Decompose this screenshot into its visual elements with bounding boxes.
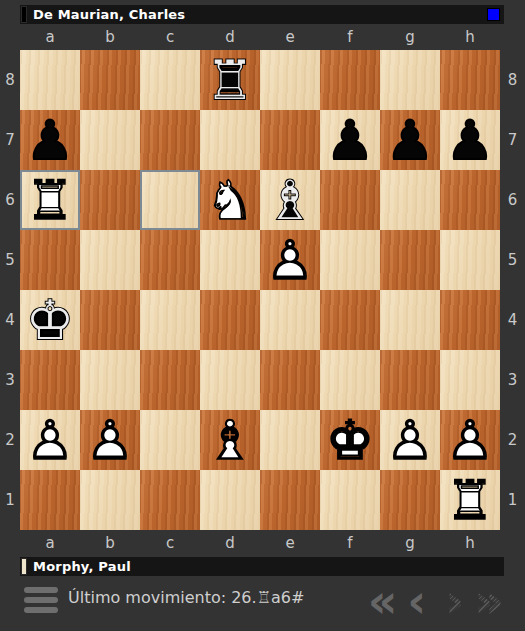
file-label-g: g: [380, 530, 440, 556]
rank-label-1: 1: [0, 470, 20, 530]
rank-label-6: 6: [0, 170, 20, 230]
file-label-d: d: [200, 24, 260, 50]
rank-label-7: 7: [500, 110, 525, 170]
square-a4[interactable]: ♚♔: [20, 290, 80, 350]
rank-label-2: 2: [0, 410, 20, 470]
square-h4[interactable]: [440, 290, 500, 350]
file-labels-top: abcdefgh: [20, 24, 500, 50]
file-label-b: b: [80, 24, 140, 50]
square-d1[interactable]: [200, 470, 260, 530]
white-player-name: Morphy, Paul: [33, 559, 131, 574]
square-g8[interactable]: [380, 50, 440, 110]
square-c8[interactable]: [140, 50, 200, 110]
chess-board: ♜♖♟♟♟♟♜♖♞♘♝♗♟♙♚♔♟♙♟♙♝♗♚♔♟♙♟♙♜♖: [20, 50, 500, 530]
file-label-e: e: [260, 530, 320, 556]
rank-labels-right: 87654321: [500, 50, 525, 530]
rank-labels-left: 87654321: [0, 50, 20, 530]
file-label-c: c: [140, 24, 200, 50]
file-label-h: h: [440, 24, 500, 50]
square-c1[interactable]: [140, 470, 200, 530]
go-end-button[interactable]: »: [469, 570, 509, 631]
file-label-d: d: [200, 530, 260, 556]
square-e7[interactable]: [260, 110, 320, 170]
move-navigation: «‹›»: [363, 570, 509, 631]
square-f4[interactable]: [320, 290, 380, 350]
piece-wR-h1: ♜♖: [440, 470, 500, 530]
square-c6[interactable]: [140, 170, 200, 230]
piece-bP-a7: ♟: [20, 110, 80, 170]
square-d8[interactable]: ♜♖: [200, 50, 260, 110]
file-label-f: f: [320, 530, 380, 556]
square-c4[interactable]: [140, 290, 200, 350]
square-a3[interactable]: [20, 350, 80, 410]
square-b8[interactable]: [80, 50, 140, 110]
file-label-g: g: [380, 24, 440, 50]
piece-wK-f2: ♚♔: [320, 410, 380, 470]
menu-button[interactable]: [24, 587, 58, 618]
square-c2[interactable]: [140, 410, 200, 470]
rank-label-1: 1: [500, 470, 525, 530]
square-c7[interactable]: [140, 110, 200, 170]
piece-wB-d2: ♝♗: [200, 410, 260, 470]
rank-label-7: 7: [0, 110, 20, 170]
square-b5[interactable]: [80, 230, 140, 290]
square-a6[interactable]: ♜♖: [20, 170, 80, 230]
rank-label-8: 8: [500, 50, 525, 110]
piece-wN-d6: ♞♘: [200, 170, 260, 230]
rank-label-6: 6: [500, 170, 525, 230]
square-a1[interactable]: [20, 470, 80, 530]
square-b6[interactable]: [80, 170, 140, 230]
square-h2[interactable]: ♟♙: [440, 410, 500, 470]
square-g2[interactable]: ♟♙: [380, 410, 440, 470]
square-e1[interactable]: [260, 470, 320, 530]
square-g5[interactable]: [380, 230, 440, 290]
square-h1[interactable]: ♜♖: [440, 470, 500, 530]
square-d4[interactable]: [200, 290, 260, 350]
square-f6[interactable]: [320, 170, 380, 230]
square-h5[interactable]: [440, 230, 500, 290]
square-f1[interactable]: [320, 470, 380, 530]
square-f5[interactable]: [320, 230, 380, 290]
hamburger-icon: [24, 587, 58, 593]
file-label-a: a: [20, 24, 80, 50]
square-d3[interactable]: [200, 350, 260, 410]
go-back-button[interactable]: ‹: [402, 570, 440, 631]
piece-bB-e6: ♝♗: [260, 170, 320, 230]
go-forward-button[interactable]: ›: [440, 570, 469, 631]
piece-wP-a2: ♟♙: [20, 410, 80, 470]
square-a5[interactable]: [20, 230, 80, 290]
square-f2[interactable]: ♚♔: [320, 410, 380, 470]
square-b1[interactable]: [80, 470, 140, 530]
file-label-c: c: [140, 530, 200, 556]
control-bar: Último movimiento: 26.♖a6# «‹›»: [0, 576, 525, 631]
piece-bK-a4: ♚♔: [20, 290, 80, 350]
black-color-swatch: [21, 6, 27, 23]
square-f3[interactable]: [320, 350, 380, 410]
rank-label-3: 3: [0, 350, 20, 410]
square-b4[interactable]: [80, 290, 140, 350]
white-color-swatch: [21, 558, 27, 575]
square-f7[interactable]: ♟: [320, 110, 380, 170]
black-player-name: De Maurian, Charles: [33, 7, 185, 22]
square-e6[interactable]: ♝♗: [260, 170, 320, 230]
hamburger-icon: [24, 597, 58, 603]
square-b2[interactable]: ♟♙: [80, 410, 140, 470]
square-d7[interactable]: [200, 110, 260, 170]
square-h6[interactable]: [440, 170, 500, 230]
square-g3[interactable]: [380, 350, 440, 410]
square-f8[interactable]: [320, 50, 380, 110]
square-a2[interactable]: ♟♙: [20, 410, 80, 470]
square-b3[interactable]: [80, 350, 140, 410]
square-e3[interactable]: [260, 350, 320, 410]
file-label-f: f: [320, 24, 380, 50]
square-e5[interactable]: ♟♙: [260, 230, 320, 290]
piece-wP-h2: ♟♙: [440, 410, 500, 470]
square-a8[interactable]: [20, 50, 80, 110]
square-g7[interactable]: ♟: [380, 110, 440, 170]
square-b7[interactable]: [80, 110, 140, 170]
hamburger-icon: [24, 607, 58, 613]
rank-label-3: 3: [500, 350, 525, 410]
file-labels-bottom: abcdefgh: [20, 530, 500, 556]
rank-label-8: 8: [0, 50, 20, 110]
square-c3[interactable]: [140, 350, 200, 410]
last-move-label: Último movimiento: 26.♖a6#: [68, 576, 304, 631]
piece-bP-h7: ♟: [440, 110, 500, 170]
piece-wP-g2: ♟♙: [380, 410, 440, 470]
piece-wR-a6: ♜♖: [20, 170, 80, 230]
square-a7[interactable]: ♟: [20, 110, 80, 170]
piece-bP-g7: ♟: [380, 110, 440, 170]
file-label-h: h: [440, 530, 500, 556]
square-d5[interactable]: [200, 230, 260, 290]
square-g4[interactable]: [380, 290, 440, 350]
file-label-b: b: [80, 530, 140, 556]
piece-wP-b2: ♟♙: [80, 410, 140, 470]
square-e4[interactable]: [260, 290, 320, 350]
rank-label-4: 4: [500, 290, 525, 350]
square-d2[interactable]: ♝♗: [200, 410, 260, 470]
square-e2[interactable]: [260, 410, 320, 470]
square-h7[interactable]: ♟: [440, 110, 500, 170]
square-g1[interactable]: [380, 470, 440, 530]
piece-bP-f7: ♟: [320, 110, 380, 170]
rank-label-4: 4: [0, 290, 20, 350]
rank-label-5: 5: [0, 230, 20, 290]
square-g6[interactable]: [380, 170, 440, 230]
rank-label-2: 2: [500, 410, 525, 470]
square-h8[interactable]: [440, 50, 500, 110]
square-h3[interactable]: [440, 350, 500, 410]
rank-label-5: 5: [500, 230, 525, 290]
piece-bR-d8: ♜♖: [200, 50, 260, 110]
file-label-e: e: [260, 24, 320, 50]
square-e8[interactable]: [260, 50, 320, 110]
go-start-button[interactable]: «: [363, 570, 403, 631]
piece-wP-e5: ♟♙: [260, 230, 320, 290]
blue-status-indicator: [487, 8, 500, 21]
file-label-a: a: [20, 530, 80, 556]
square-d6[interactable]: ♞♘: [200, 170, 260, 230]
black-player-bar: De Maurian, Charles: [20, 5, 504, 24]
square-c5[interactable]: [140, 230, 200, 290]
